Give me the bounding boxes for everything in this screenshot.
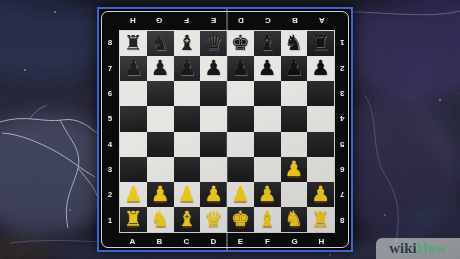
white-pawn-b2: ♟: [151, 183, 170, 206]
white-knight-b1: ♞: [151, 208, 170, 231]
square-c8[interactable]: ♝: [174, 31, 201, 56]
white-knight-g1: ♞: [284, 208, 303, 231]
square-g8[interactable]: ♞: [281, 31, 308, 56]
square-f8[interactable]: ♝: [254, 31, 281, 56]
square-g7[interactable]: ♟: [281, 56, 308, 81]
coordinate-label-g: G: [291, 237, 297, 246]
coordinate-label-d: D: [238, 16, 244, 25]
coordinate-label-6: 6: [340, 165, 344, 174]
coordinate-label-c: C: [265, 16, 271, 25]
square-a3[interactable]: [120, 157, 147, 182]
square-e8[interactable]: ♚: [227, 31, 254, 56]
square-g6[interactable]: [281, 81, 308, 106]
square-d5[interactable]: [200, 106, 227, 131]
white-pawn-d2: ♟: [204, 183, 223, 206]
black-pawn-g7: ♟: [284, 57, 303, 80]
black-bishop-c8: ♝: [177, 32, 196, 55]
coordinate-label-7: 7: [340, 190, 344, 199]
coordinate-label-b: B: [157, 237, 163, 246]
black-knight-b8: ♞: [151, 32, 170, 55]
coordinate-label-4: 4: [108, 140, 112, 149]
square-e1[interactable]: ♚: [227, 207, 254, 232]
black-rook-h8: ♜: [311, 32, 330, 55]
square-h6[interactable]: [307, 81, 334, 106]
coordinate-label-6: 6: [108, 89, 112, 98]
coordinate-label-b: B: [292, 16, 298, 25]
black-pawn-h7: ♟: [311, 57, 330, 80]
square-e3[interactable]: [227, 157, 254, 182]
square-d4[interactable]: [200, 132, 227, 157]
coordinate-label-f: F: [184, 16, 189, 25]
square-c7[interactable]: ♟: [174, 56, 201, 81]
square-f7[interactable]: ♟: [254, 56, 281, 81]
black-knight-g8: ♞: [284, 32, 303, 55]
square-g1[interactable]: ♞: [281, 207, 308, 232]
square-e6[interactable]: [227, 81, 254, 106]
file-labels-bottom: ABCDEFGH: [119, 234, 335, 249]
square-f1[interactable]: ♝: [254, 207, 281, 232]
coordinate-label-2: 2: [340, 64, 344, 73]
square-h4[interactable]: [307, 132, 334, 157]
white-pawn-a2: ♟: [124, 183, 143, 206]
coordinate-label-8: 8: [108, 38, 112, 47]
white-queen-d1: ♛: [204, 208, 223, 231]
square-a7[interactable]: ♟: [120, 56, 147, 81]
square-g2[interactable]: [281, 182, 308, 207]
coordinate-label-c: C: [184, 237, 190, 246]
coordinate-label-e: E: [238, 237, 243, 246]
square-h7[interactable]: ♟: [307, 56, 334, 81]
square-h5[interactable]: [307, 106, 334, 131]
coordinate-label-g: G: [156, 16, 162, 25]
rank-labels-right: 12345678: [336, 30, 349, 233]
square-e7[interactable]: ♟: [227, 56, 254, 81]
coordinate-label-1: 1: [340, 38, 344, 47]
black-pawn-c7: ♟: [177, 57, 196, 80]
coordinate-label-4: 4: [340, 114, 344, 123]
square-d3[interactable]: [200, 157, 227, 182]
square-c4[interactable]: [174, 132, 201, 157]
white-rook-a1: ♜: [124, 208, 143, 231]
black-bishop-f8: ♝: [258, 32, 277, 55]
white-pawn-c2: ♟: [177, 183, 196, 206]
coordinate-label-d: D: [211, 237, 217, 246]
coordinate-label-3: 3: [340, 89, 344, 98]
white-bishop-f1: ♝: [258, 208, 277, 231]
white-bishop-c1: ♝: [177, 208, 196, 231]
square-b4[interactable]: [147, 132, 174, 157]
black-rook-a8: ♜: [124, 32, 143, 55]
black-pawn-e7: ♟: [231, 57, 250, 80]
white-pawn-g3: ♟: [284, 158, 303, 181]
square-e4[interactable]: [227, 132, 254, 157]
coordinate-label-a: A: [130, 237, 136, 246]
square-f4[interactable]: [254, 132, 281, 157]
black-king-e8: ♚: [231, 32, 250, 55]
square-c5[interactable]: [174, 106, 201, 131]
square-a8[interactable]: ♜: [120, 31, 147, 56]
black-pawn-d7: ♟: [204, 57, 223, 80]
square-h1[interactable]: ♜: [307, 207, 334, 232]
board-grid: ♜♞♝♛♚♝♞♜♟♟♟♟♟♟♟♟♟♟♟♟♟♟♟♟♜♞♝♛♚♝♞♜: [119, 30, 335, 233]
square-a4[interactable]: [120, 132, 147, 157]
square-d8[interactable]: ♛: [200, 31, 227, 56]
watermark-wiki-text: wiki: [389, 240, 417, 257]
coordinate-label-5: 5: [108, 114, 112, 123]
square-b3[interactable]: [147, 157, 174, 182]
square-h8[interactable]: ♜: [307, 31, 334, 56]
photo-stage: HGFEDCBA ABCDEFGH 87654321 12345678 ♜♞♝♛…: [0, 0, 460, 259]
coordinate-label-h: H: [130, 16, 136, 25]
square-e5[interactable]: [227, 106, 254, 131]
white-pawn-f2: ♟: [258, 183, 277, 206]
black-pawn-a7: ♟: [124, 57, 143, 80]
coordinate-label-e: E: [211, 16, 216, 25]
square-a6[interactable]: [120, 81, 147, 106]
square-g3[interactable]: ♟: [281, 157, 308, 182]
white-king-e1: ♚: [231, 208, 250, 231]
white-rook-h1: ♜: [311, 208, 330, 231]
coordinate-label-h: H: [319, 237, 325, 246]
square-h2[interactable]: ♟: [307, 182, 334, 207]
square-a5[interactable]: [120, 106, 147, 131]
file-labels-top: HGFEDCBA: [119, 12, 335, 29]
square-b2[interactable]: ♟: [147, 182, 174, 207]
square-b6[interactable]: [147, 81, 174, 106]
square-b5[interactable]: [147, 106, 174, 131]
coordinate-label-1: 1: [108, 216, 112, 225]
square-c2[interactable]: ♟: [174, 182, 201, 207]
black-pawn-b7: ♟: [151, 57, 170, 80]
black-queen-d8: ♛: [204, 32, 223, 55]
square-f2[interactable]: ♟: [254, 182, 281, 207]
square-c6[interactable]: [174, 81, 201, 106]
square-f3[interactable]: [254, 157, 281, 182]
coordinate-label-5: 5: [340, 140, 344, 149]
square-d6[interactable]: [200, 81, 227, 106]
black-pawn-f7: ♟: [258, 57, 277, 80]
square-d2[interactable]: ♟: [200, 182, 227, 207]
square-a2[interactable]: ♟: [120, 182, 147, 207]
coordinate-label-2: 2: [108, 190, 112, 199]
square-c3[interactable]: [174, 157, 201, 182]
rank-labels-left: 87654321: [102, 30, 118, 233]
coordinate-label-f: F: [265, 237, 270, 246]
coordinate-label-3: 3: [108, 165, 112, 174]
square-b8[interactable]: ♞: [147, 31, 174, 56]
square-g5[interactable]: [281, 106, 308, 131]
square-b1[interactable]: ♞: [147, 207, 174, 232]
square-f5[interactable]: [254, 106, 281, 131]
square-b7[interactable]: ♟: [147, 56, 174, 81]
coordinate-label-7: 7: [108, 64, 112, 73]
chess-board: HGFEDCBA ABCDEFGH 87654321 12345678 ♜♞♝♛…: [97, 7, 353, 252]
square-f6[interactable]: [254, 81, 281, 106]
coordinate-label-a: A: [319, 16, 325, 25]
square-h3[interactable]: [307, 157, 334, 182]
coordinate-label-8: 8: [340, 216, 344, 225]
square-d7[interactable]: ♟: [200, 56, 227, 81]
square-d1[interactable]: ♛: [200, 207, 227, 232]
watermark-how-text: How: [417, 240, 447, 257]
white-pawn-h2: ♟: [311, 183, 330, 206]
wikihow-watermark: wikiHow: [376, 238, 460, 259]
square-g4[interactable]: [281, 132, 308, 157]
square-a1[interactable]: ♜: [120, 207, 147, 232]
square-c1[interactable]: ♝: [174, 207, 201, 232]
square-e2[interactable]: ♟: [227, 182, 254, 207]
white-pawn-e2: ♟: [231, 183, 250, 206]
